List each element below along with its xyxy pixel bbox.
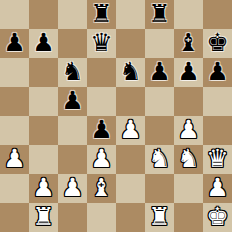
square-a6[interactable] [0, 58, 29, 87]
square-c3[interactable] [58, 145, 87, 174]
piece-white-pawn[interactable]: ♟ [61, 173, 83, 202]
square-d6[interactable] [87, 58, 116, 87]
square-d8[interactable]: ♜ [87, 0, 116, 29]
piece-black-rook[interactable]: ♜ [148, 0, 170, 28]
square-c6[interactable]: ♞ [58, 58, 87, 87]
piece-black-pawn[interactable]: ♟ [3, 28, 25, 57]
square-a1[interactable] [0, 203, 29, 232]
square-c5[interactable]: ♟ [58, 87, 87, 116]
square-e6[interactable]: ♞ [116, 58, 145, 87]
piece-black-queen[interactable]: ♛ [90, 28, 112, 57]
square-f7[interactable] [145, 29, 174, 58]
square-h7[interactable]: ♚ [203, 29, 232, 58]
piece-black-pawn[interactable]: ♟ [206, 57, 228, 86]
square-h6[interactable]: ♟ [203, 58, 232, 87]
square-g7[interactable]: ♝ [174, 29, 203, 58]
square-d3[interactable]: ♟ [87, 145, 116, 174]
piece-white-bishop[interactable]: ♝ [90, 173, 112, 202]
square-g5[interactable] [174, 87, 203, 116]
square-a7[interactable]: ♟ [0, 29, 29, 58]
piece-black-knight[interactable]: ♞ [61, 57, 83, 86]
square-h2[interactable]: ♟ [203, 174, 232, 203]
square-e4[interactable]: ♟ [116, 116, 145, 145]
square-a5[interactable] [0, 87, 29, 116]
square-a8[interactable] [0, 0, 29, 29]
square-g6[interactable]: ♟ [174, 58, 203, 87]
square-d5[interactable] [87, 87, 116, 116]
square-f4[interactable] [145, 116, 174, 145]
square-b3[interactable] [29, 145, 58, 174]
square-c4[interactable] [58, 116, 87, 145]
square-h1[interactable]: ♚ [203, 203, 232, 232]
square-f6[interactable]: ♟ [145, 58, 174, 87]
piece-black-pawn[interactable]: ♟ [32, 28, 54, 57]
piece-black-pawn[interactable]: ♟ [148, 57, 170, 86]
square-e1[interactable] [116, 203, 145, 232]
piece-white-pawn[interactable]: ♟ [177, 115, 199, 144]
piece-white-pawn[interactable]: ♟ [3, 144, 25, 173]
square-d2[interactable]: ♝ [87, 174, 116, 203]
square-e8[interactable] [116, 0, 145, 29]
square-b4[interactable] [29, 116, 58, 145]
piece-black-pawn[interactable]: ♟ [177, 57, 199, 86]
piece-white-pawn[interactable]: ♟ [32, 173, 54, 202]
piece-white-king[interactable]: ♚ [206, 202, 228, 231]
square-e7[interactable] [116, 29, 145, 58]
square-g2[interactable] [174, 174, 203, 203]
square-c8[interactable] [58, 0, 87, 29]
piece-black-pawn[interactable]: ♟ [61, 86, 83, 115]
square-e3[interactable] [116, 145, 145, 174]
square-b6[interactable] [29, 58, 58, 87]
piece-black-king[interactable]: ♚ [206, 28, 228, 57]
piece-black-bishop[interactable]: ♝ [177, 28, 199, 57]
chess-board: ♜♜♟♟♛♝♚♞♞♟♟♟♟♟♟♟♟♟♞♞♛♟♟♝♟♜♜♚ [0, 0, 232, 232]
square-c1[interactable] [58, 203, 87, 232]
square-g1[interactable] [174, 203, 203, 232]
square-b7[interactable]: ♟ [29, 29, 58, 58]
square-b2[interactable]: ♟ [29, 174, 58, 203]
piece-white-rook[interactable]: ♜ [32, 202, 54, 231]
square-g8[interactable] [174, 0, 203, 29]
piece-white-pawn[interactable]: ♟ [119, 115, 141, 144]
square-g4[interactable]: ♟ [174, 116, 203, 145]
square-f8[interactable]: ♜ [145, 0, 174, 29]
square-f5[interactable] [145, 87, 174, 116]
square-d1[interactable] [87, 203, 116, 232]
square-g3[interactable]: ♞ [174, 145, 203, 174]
square-h3[interactable]: ♛ [203, 145, 232, 174]
square-e5[interactable] [116, 87, 145, 116]
square-h4[interactable] [203, 116, 232, 145]
square-f2[interactable] [145, 174, 174, 203]
square-h5[interactable] [203, 87, 232, 116]
square-f3[interactable]: ♞ [145, 145, 174, 174]
square-e2[interactable] [116, 174, 145, 203]
piece-white-knight[interactable]: ♞ [177, 144, 199, 173]
square-d7[interactable]: ♛ [87, 29, 116, 58]
square-d4[interactable]: ♟ [87, 116, 116, 145]
square-a2[interactable] [0, 174, 29, 203]
piece-white-queen[interactable]: ♛ [206, 144, 228, 173]
piece-white-rook[interactable]: ♜ [148, 202, 170, 231]
square-a4[interactable] [0, 116, 29, 145]
piece-black-knight[interactable]: ♞ [119, 57, 141, 86]
square-b8[interactable] [29, 0, 58, 29]
square-c7[interactable] [58, 29, 87, 58]
piece-white-pawn[interactable]: ♟ [206, 173, 228, 202]
square-f1[interactable]: ♜ [145, 203, 174, 232]
piece-white-knight[interactable]: ♞ [148, 144, 170, 173]
piece-white-pawn[interactable]: ♟ [90, 144, 112, 173]
square-c2[interactable]: ♟ [58, 174, 87, 203]
piece-black-pawn[interactable]: ♟ [90, 115, 112, 144]
piece-black-rook[interactable]: ♜ [90, 0, 112, 28]
square-b1[interactable]: ♜ [29, 203, 58, 232]
square-b5[interactable] [29, 87, 58, 116]
square-h8[interactable] [203, 0, 232, 29]
square-a3[interactable]: ♟ [0, 145, 29, 174]
